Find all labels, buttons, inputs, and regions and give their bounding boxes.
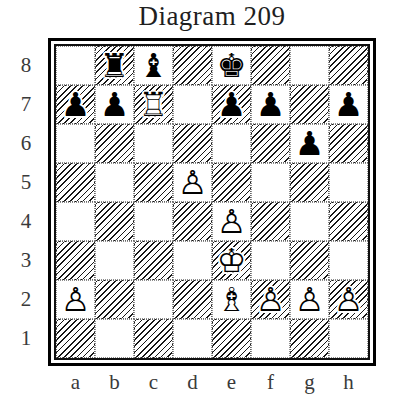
square-e4: ♟♙ [212,202,251,241]
black-king-e8: ♚ [213,47,250,84]
square-h1 [329,319,368,358]
square-a3 [56,241,95,280]
white-pawn-h2: ♟♙ [330,281,367,318]
file-label-f: f [251,369,290,395]
rank-label-1: 1 [13,319,39,358]
square-f3 [251,241,290,280]
square-g5 [290,163,329,202]
square-c8: ♝ [134,46,173,85]
square-c1 [134,319,173,358]
black-pawn-e7: ♟ [213,86,250,123]
square-e3: ♚♔ [212,241,251,280]
square-d7 [173,85,212,124]
square-h6 [329,124,368,163]
square-h4 [329,202,368,241]
rank-label-8: 8 [13,46,39,85]
square-h7: ♟ [329,85,368,124]
white-bishop-e2: ♝♗ [213,281,250,318]
square-f5 [251,163,290,202]
rank-label-6: 6 [13,124,39,163]
square-b2 [95,280,134,319]
square-f1 [251,319,290,358]
square-c5 [134,163,173,202]
white-pawn-f2: ♟♙ [252,281,289,318]
square-f8 [251,46,290,85]
white-pawn-e4: ♟♙ [213,203,250,240]
file-label-a: a [56,369,95,395]
black-pawn-a7: ♟ [57,86,94,123]
square-b5 [95,163,134,202]
square-h2: ♟♙ [329,280,368,319]
black-rook-b8: ♜ [96,47,133,84]
square-b7: ♟ [95,85,134,124]
square-g4 [290,202,329,241]
square-e5 [212,163,251,202]
square-e6 [212,124,251,163]
file-label-e: e [212,369,251,395]
square-a6 [56,124,95,163]
rank-label-7: 7 [13,85,39,124]
white-pawn-a2: ♟♙ [57,281,94,318]
square-h8 [329,46,368,85]
square-g8 [290,46,329,85]
square-d6 [173,124,212,163]
square-d8 [173,46,212,85]
square-e1 [212,319,251,358]
square-d2 [173,280,212,319]
square-c4 [134,202,173,241]
black-pawn-b7: ♟ [96,86,133,123]
rank-label-5: 5 [13,163,39,202]
board-inner-border: ♜♝♚♟♟♜♖♟♟♟♟♟♙♟♙♚♔♟♙♝♗♟♙♟♙♟♙ [54,44,370,360]
square-g6: ♟ [290,124,329,163]
square-a7: ♟ [56,85,95,124]
square-g1 [290,319,329,358]
square-c3 [134,241,173,280]
black-pawn-f7: ♟ [252,86,289,123]
square-g2: ♟♙ [290,280,329,319]
file-labels: abcdefgh [56,369,368,395]
black-pawn-g6: ♟ [291,125,328,162]
square-b3 [95,241,134,280]
square-f7: ♟ [251,85,290,124]
square-g7 [290,85,329,124]
file-label-d: d [173,369,212,395]
file-label-b: b [95,369,134,395]
white-pawn-g2: ♟♙ [291,281,328,318]
file-label-g: g [290,369,329,395]
rank-label-4: 4 [13,202,39,241]
square-a4 [56,202,95,241]
rank-labels: 87654321 [13,46,39,358]
square-d5: ♟♙ [173,163,212,202]
square-f6 [251,124,290,163]
square-h5 [329,163,368,202]
rank-label-3: 3 [13,241,39,280]
square-h3 [329,241,368,280]
square-g3 [290,241,329,280]
square-b4 [95,202,134,241]
square-c6 [134,124,173,163]
square-e7: ♟ [212,85,251,124]
file-label-h: h [329,369,368,395]
rank-label-2: 2 [13,280,39,319]
white-pawn-d5: ♟♙ [174,164,211,201]
square-a8 [56,46,95,85]
square-d3 [173,241,212,280]
square-b1 [95,319,134,358]
square-e8: ♚ [212,46,251,85]
file-label-c: c [134,369,173,395]
diagram-title: Diagram 209 [46,1,378,32]
square-a2: ♟♙ [56,280,95,319]
square-d1 [173,319,212,358]
square-a1 [56,319,95,358]
square-a5 [56,163,95,202]
board-grid: ♜♝♚♟♟♜♖♟♟♟♟♟♙♟♙♚♔♟♙♝♗♟♙♟♙♟♙ [56,46,368,358]
square-f2: ♟♙ [251,280,290,319]
square-c2 [134,280,173,319]
square-f4 [251,202,290,241]
square-d4 [173,202,212,241]
square-e2: ♝♗ [212,280,251,319]
diagram-page: Diagram 209 87654321 ♜♝♚♟♟♜♖♟♟♟♟♟♙♟♙♚♔♟♙… [0,0,400,400]
black-bishop-c8: ♝ [135,47,172,84]
square-b6 [95,124,134,163]
square-b8: ♜ [95,46,134,85]
white-rook-c7: ♜♖ [135,86,172,123]
white-king-e3: ♚♔ [213,242,250,279]
square-c7: ♜♖ [134,85,173,124]
black-pawn-h7: ♟ [330,86,367,123]
board-frame: ♜♝♚♟♟♜♖♟♟♟♟♟♙♟♙♚♔♟♙♝♗♟♙♟♙♟♙ [48,38,376,366]
